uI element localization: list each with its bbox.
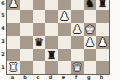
square-h1[interactable] [96,61,109,74]
square-a5[interactable] [7,10,20,23]
square-d1[interactable] [45,61,58,74]
square-d2[interactable]: ♜ [45,49,58,62]
square-h4[interactable] [96,23,109,36]
file-label-b: b [19,74,32,80]
square-h5[interactable] [96,10,109,23]
piece-white-pawn[interactable]: ♟ [8,0,18,8]
square-e5[interactable]: ♟ [58,10,71,23]
square-e4[interactable] [58,23,71,36]
square-c6[interactable] [33,0,46,10]
square-e3[interactable] [58,36,71,49]
square-f1[interactable]: ♛ [71,61,84,74]
file-label-e: e [57,74,70,80]
square-b1[interactable] [20,61,33,74]
piece-white-pawn[interactable]: ♟ [59,10,69,21]
piece-white-pawn[interactable]: ♟ [98,36,108,47]
square-h6[interactable]: ♜ [96,0,109,10]
piece-white-rook[interactable]: ♜ [8,62,18,73]
square-f4[interactable]: ♟ [71,23,84,36]
square-f5[interactable] [71,10,84,23]
file-label-d: d [44,74,57,80]
piece-white-pawn[interactable]: ♟ [85,36,95,47]
square-b6[interactable] [20,0,33,10]
square-a4[interactable] [7,23,20,36]
square-e1[interactable] [58,61,71,74]
square-g3[interactable]: ♟ [84,36,97,49]
square-g6[interactable]: ♞ [84,0,97,10]
square-h3[interactable]: ♟ [96,36,109,49]
piece-black-rook[interactable]: ♜ [47,49,57,60]
file-label-g: g [83,74,96,80]
file-label-f: f [70,74,83,80]
square-a1[interactable]: ♜ [7,61,20,74]
square-c1[interactable] [33,61,46,74]
square-b2[interactable] [20,49,33,62]
piece-white-pawn[interactable]: ♟ [72,23,82,34]
square-c3[interactable]: ♛ [33,36,46,49]
square-c5[interactable] [33,10,46,23]
square-f2[interactable] [71,49,84,62]
rank-label-2: 2 [0,51,6,57]
square-g4[interactable]: ♚ [84,23,97,36]
square-b3[interactable] [20,36,33,49]
chessboard: ♟♞♜♟♟♚♛♟♟♜♜♛ [6,0,110,75]
piece-black-queen[interactable]: ♛ [34,36,44,47]
square-f6[interactable] [71,0,84,10]
rank-label-1: 1 [0,64,6,70]
rank-label-6: 6 [0,0,6,6]
piece-black-knight[interactable]: ♞ [85,0,95,8]
square-g5[interactable] [84,10,97,23]
chess-diagram: ♟♞♜♟♟♚♛♟♟♜♜♛ 654321 abcdefgh [0,0,120,80]
square-c4[interactable] [33,23,46,36]
square-c2[interactable] [33,49,46,62]
rank-label-5: 5 [0,12,6,18]
square-g2[interactable] [84,49,97,62]
square-b4[interactable] [20,23,33,36]
rank-label-3: 3 [0,38,6,44]
square-a2[interactable] [7,49,20,62]
square-d4[interactable] [45,23,58,36]
file-label-c: c [32,74,45,80]
square-a3[interactable] [7,36,20,49]
square-d6[interactable] [45,0,58,10]
file-label-a: a [6,74,19,80]
piece-white-queen[interactable]: ♛ [72,62,82,73]
square-a6[interactable]: ♟ [7,0,20,10]
square-d3[interactable] [45,36,58,49]
piece-white-king[interactable]: ♚ [85,23,95,34]
file-label-h: h [95,74,108,80]
square-e2[interactable] [58,49,71,62]
rank-label-4: 4 [0,25,6,31]
square-h2[interactable] [96,49,109,62]
square-d5[interactable] [45,10,58,23]
square-f3[interactable] [71,36,84,49]
square-b5[interactable] [20,10,33,23]
piece-black-rook[interactable]: ♜ [98,0,108,8]
square-g1[interactable] [84,61,97,74]
